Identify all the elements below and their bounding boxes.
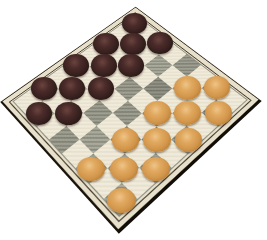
dark-piece[interactable] <box>120 33 146 55</box>
light-piece[interactable] <box>175 128 203 152</box>
dark-piece[interactable] <box>88 77 115 100</box>
light-piece[interactable] <box>112 128 140 152</box>
dark-piece[interactable] <box>118 54 144 77</box>
light-piece[interactable] <box>77 157 105 181</box>
dark-piece[interactable] <box>93 33 119 55</box>
light-piece[interactable] <box>144 101 171 125</box>
dark-piece[interactable] <box>122 13 147 35</box>
light-piece[interactable] <box>174 76 201 99</box>
dark-piece[interactable] <box>91 54 117 77</box>
light-piece[interactable] <box>205 101 232 125</box>
dark-piece[interactable] <box>55 102 82 125</box>
light-piece[interactable] <box>110 157 138 182</box>
light-piece[interactable] <box>143 128 171 152</box>
photo-stage <box>0 0 267 240</box>
dark-piece[interactable] <box>147 32 173 54</box>
light-piece[interactable] <box>107 188 136 213</box>
dark-piece[interactable] <box>63 54 89 77</box>
